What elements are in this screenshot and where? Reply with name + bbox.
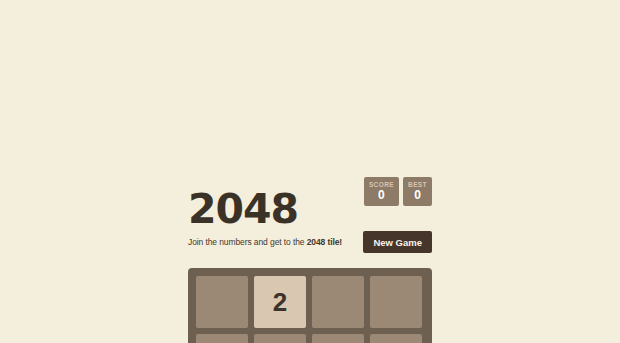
game-intro-text: Join the numbers and get to the 2048 til… [188, 237, 342, 247]
empty-cell [196, 276, 248, 328]
game-container: 2048 SCORE 0 BEST 0 Join the numbers and… [188, 0, 432, 343]
empty-cell [370, 276, 422, 328]
empty-cell [312, 276, 364, 328]
score-box: SCORE 0 [364, 177, 399, 206]
best-value: 0 [408, 189, 427, 203]
intro-row: Join the numbers and get to the 2048 til… [188, 232, 432, 252]
best-box: BEST 0 [403, 177, 432, 206]
new-game-button[interactable]: New Game [363, 231, 432, 253]
scores-panel: SCORE 0 BEST 0 [364, 177, 432, 206]
tile-2: 2 [254, 276, 306, 328]
score-value: 0 [369, 189, 394, 203]
empty-cell [312, 334, 364, 343]
intro-text-plain: Join the numbers and get to the [188, 237, 307, 247]
game-title: 2048 [188, 189, 298, 230]
empty-cell [196, 334, 248, 343]
game-board[interactable]: 2 [188, 268, 432, 343]
intro-text-goal: 2048 tile! [307, 237, 342, 247]
empty-cell [254, 334, 306, 343]
header: 2048 SCORE 0 BEST 0 [188, 177, 432, 230]
empty-cell [370, 334, 422, 343]
